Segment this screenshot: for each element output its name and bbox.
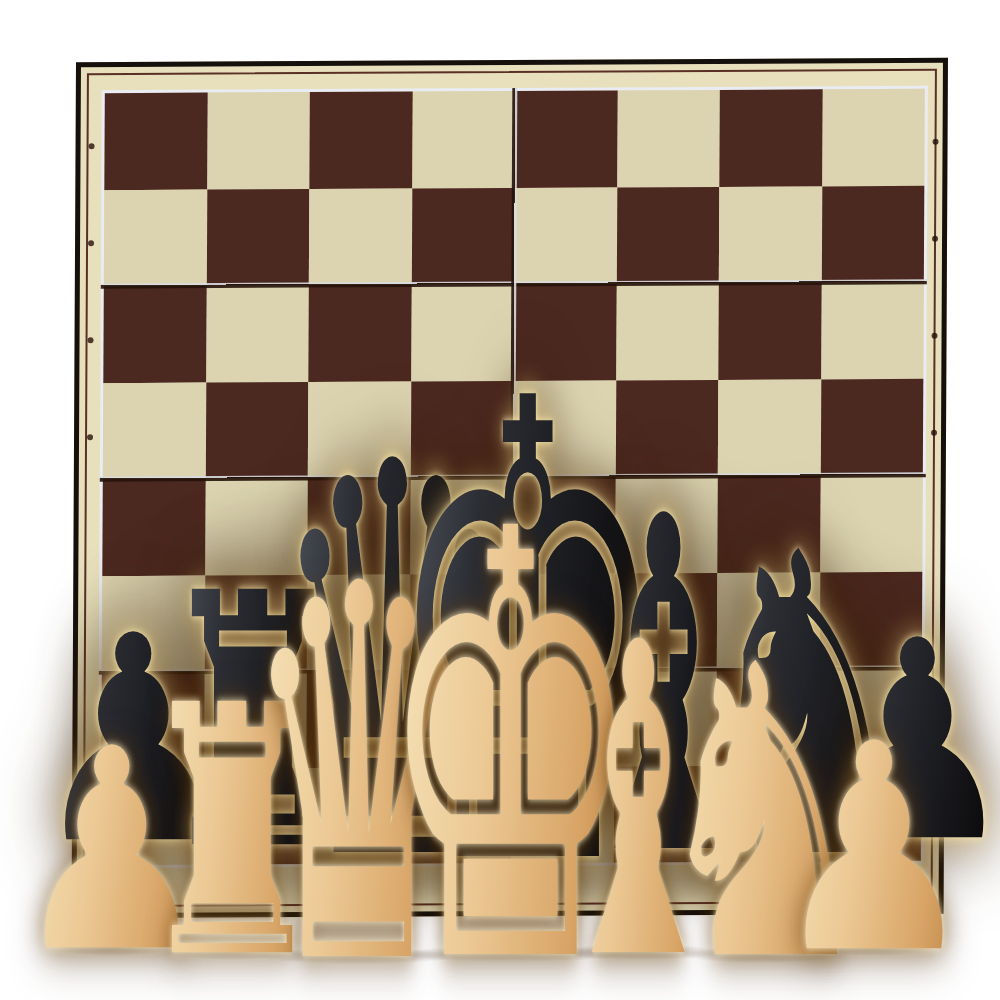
white-pawn-piece: ♟ [760, 706, 989, 992]
board-square [412, 91, 515, 188]
board-square [617, 90, 720, 187]
board-square [104, 189, 207, 286]
board-hinge-dots [81, 63, 943, 68]
board-square [514, 90, 617, 187]
board-square [207, 92, 310, 189]
board-square [103, 382, 206, 479]
hinge-dot [87, 434, 93, 440]
board-square [718, 282, 821, 379]
hinge-dot [933, 139, 939, 145]
board-square [822, 89, 925, 186]
hinge-dot [932, 333, 938, 339]
hinge-dot [931, 430, 937, 436]
hinge-dot [89, 143, 95, 149]
board-square [104, 93, 207, 190]
board-square [103, 286, 206, 383]
hinge-dot [88, 337, 94, 343]
board-square [206, 189, 309, 286]
board-square [309, 92, 412, 189]
product-photo-stage: ♟♜♛♚♝♞♟♟♜♛♚♝♞♟ [0, 0, 1000, 1000]
board-square [821, 282, 924, 379]
board-square [719, 89, 822, 186]
board-square [719, 186, 822, 283]
hinge-dot [932, 236, 938, 242]
board-square [820, 378, 923, 475]
hinge-dot [88, 240, 94, 246]
board-square [821, 185, 924, 282]
